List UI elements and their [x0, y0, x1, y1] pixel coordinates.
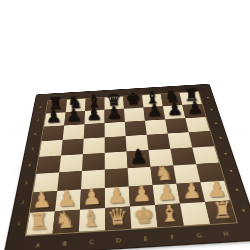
square-d1: ♛ [105, 207, 131, 231]
board-grid: ♜♞♝♛♚♝♞♜♟♟♟♟♟♟♟♟♞♟♟♟♟♟♟♟♟♜♞♝♛♚♝♜ [26, 92, 236, 235]
rank-label-5: 5 [27, 141, 38, 157]
square-g3 [173, 164, 200, 184]
square-c6 [84, 123, 105, 139]
rank-label-4: 4 [24, 157, 35, 175]
square-f1: ♝ [155, 204, 184, 228]
square-h3 [196, 163, 224, 183]
square-f4 [148, 149, 173, 167]
square-f6 [145, 119, 168, 134]
piece-white-rook-h1: ♜ [204, 197, 241, 224]
square-d4 [105, 151, 128, 169]
square-e2: ♟ [129, 185, 155, 207]
board-frame: ♜♞♝♛♚♝♞♜♟♟♟♟♟♟♟♟♞♟♟♟♟♟♟♟♟♜♞♝♛♚♝♜ ABCDEFG… [5, 84, 250, 250]
square-h7: ♟ [182, 104, 205, 118]
file-label-h: H [212, 229, 241, 239]
square-h5 [189, 131, 214, 148]
square-e6 [125, 121, 147, 136]
square-d7: ♟ [105, 109, 125, 123]
square-a4 [36, 155, 61, 173]
square-d3 [105, 168, 129, 188]
square-c7: ♟ [84, 110, 104, 124]
square-b1: ♞ [53, 210, 80, 234]
file-label-e: E [132, 233, 160, 243]
rank-label-2: 2 [16, 193, 29, 214]
square-f2: ♟ [153, 184, 180, 205]
square-h6 [185, 117, 209, 132]
square-g1 [180, 202, 210, 225]
rank-label-8: 8 [36, 101, 45, 114]
square-a6 [42, 126, 65, 142]
square-b7: ♟ [64, 111, 85, 126]
square-f3: ♞ [150, 165, 176, 185]
square-c3 [81, 170, 105, 190]
square-b4 [59, 154, 83, 172]
rank-label-6: 6 [30, 127, 40, 142]
file-label-c: C [78, 237, 105, 248]
square-b3 [57, 171, 82, 191]
square-b2: ♟ [55, 189, 81, 211]
square-e3 [128, 167, 153, 187]
file-label-d: D [105, 235, 132, 245]
square-a5 [39, 140, 63, 157]
square-h4 [192, 146, 219, 164]
square-c1: ♝ [79, 208, 105, 232]
square-c2: ♟ [80, 188, 105, 210]
file-label-b: B [51, 238, 79, 249]
rank-label-1: 1 [12, 213, 25, 236]
square-b6 [63, 124, 85, 140]
square-d5 [105, 136, 127, 153]
square-f5 [147, 133, 171, 150]
product-photo: ♜♞♝♛♚♝♞♜♟♟♟♟♟♟♟♟♞♟♟♟♟♟♟♟♟♜♞♝♛♚♝♜ ABCDEFG… [0, 0, 250, 250]
square-a1: ♜ [26, 211, 55, 235]
square-h1: ♜ [205, 200, 236, 223]
square-a2: ♟ [30, 191, 57, 213]
square-f7: ♟ [143, 106, 165, 120]
square-c5 [83, 137, 105, 154]
square-e7 [124, 107, 145, 121]
square-h2: ♟ [200, 181, 230, 202]
file-label-f: F [158, 232, 186, 242]
square-e5 [126, 135, 149, 152]
rank-label-3: 3 [20, 174, 32, 193]
square-e4: ♟ [127, 150, 151, 168]
square-b5 [61, 139, 84, 156]
square-c4 [82, 153, 105, 171]
square-e1: ♚ [130, 205, 158, 229]
square-g4 [170, 147, 196, 165]
square-a7: ♟ [44, 112, 66, 127]
file-label-a: A [24, 240, 52, 250]
square-d2: ♟ [105, 187, 130, 209]
file-label-g: G [185, 230, 214, 240]
square-a3 [33, 172, 59, 192]
rank-label-7: 7 [33, 114, 43, 128]
square-d6 [105, 122, 126, 138]
chess-board: ♜♞♝♛♚♝♞♜♟♟♟♟♟♟♟♟♞♟♟♟♟♟♟♟♟♜♞♝♛♚♝♜ ABCDEFG… [5, 84, 250, 250]
piece-black-rook-h8: ♜ [178, 85, 206, 105]
